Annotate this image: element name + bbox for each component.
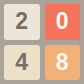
tile-4: 4 bbox=[4, 45, 40, 81]
tile-2: 2 bbox=[4, 4, 40, 40]
tile-0: 0 bbox=[45, 4, 81, 40]
tile-8: 8 bbox=[45, 45, 81, 81]
2048-board[interactable]: 2 0 4 8 bbox=[0, 0, 84, 84]
